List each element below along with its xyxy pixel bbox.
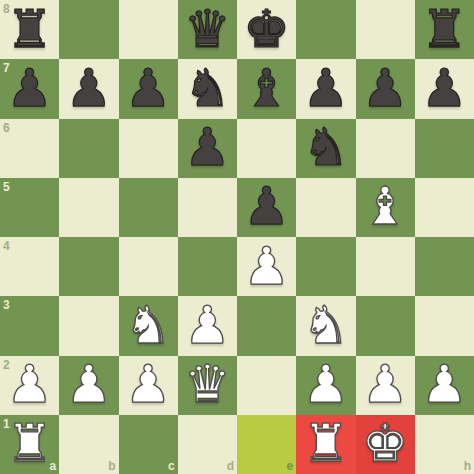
square-f7[interactable]: ♟ xyxy=(296,59,355,118)
square-g2[interactable]: ♟ xyxy=(356,356,415,415)
square-b6[interactable] xyxy=(59,119,118,178)
white-pawn[interactable]: ♟ xyxy=(303,358,350,410)
square-h7[interactable]: ♟ xyxy=(415,59,474,118)
rank-label-4: 4 xyxy=(3,240,10,252)
square-a2[interactable]: 2♟ xyxy=(0,356,59,415)
black-bishop[interactable]: ♝ xyxy=(243,62,290,114)
square-f1[interactable]: f♜ xyxy=(296,415,355,474)
square-d3[interactable]: ♟ xyxy=(178,296,237,355)
square-e3[interactable] xyxy=(237,296,296,355)
white-queen[interactable]: ♛ xyxy=(184,358,231,410)
square-e5[interactable]: ♟ xyxy=(237,178,296,237)
square-a1[interactable]: 1a♜ xyxy=(0,415,59,474)
square-e2[interactable] xyxy=(237,356,296,415)
square-e4[interactable]: ♟ xyxy=(237,237,296,296)
square-h4[interactable] xyxy=(415,237,474,296)
square-g1[interactable]: g♚ xyxy=(356,415,415,474)
square-b1[interactable]: b xyxy=(59,415,118,474)
white-king[interactable]: ♚ xyxy=(362,417,409,469)
file-label-e: e xyxy=(287,460,294,472)
square-c7[interactable]: ♟ xyxy=(119,59,178,118)
square-d6[interactable]: ♟ xyxy=(178,119,237,178)
black-pawn[interactable]: ♟ xyxy=(6,62,53,114)
square-d8[interactable]: ♛ xyxy=(178,0,237,59)
rank-label-6: 6 xyxy=(3,122,10,134)
square-f2[interactable]: ♟ xyxy=(296,356,355,415)
square-a8[interactable]: 8♜ xyxy=(0,0,59,59)
white-bishop[interactable]: ♝ xyxy=(362,180,409,232)
square-a6[interactable]: 6 xyxy=(0,119,59,178)
black-rook[interactable]: ♜ xyxy=(421,3,468,55)
square-e7[interactable]: ♝ xyxy=(237,59,296,118)
square-b7[interactable]: ♟ xyxy=(59,59,118,118)
square-f6[interactable]: ♞ xyxy=(296,119,355,178)
square-f8[interactable] xyxy=(296,0,355,59)
white-rook[interactable]: ♜ xyxy=(303,417,350,469)
black-pawn[interactable]: ♟ xyxy=(421,62,468,114)
square-b8[interactable] xyxy=(59,0,118,59)
black-pawn[interactable]: ♟ xyxy=(243,180,290,232)
square-g6[interactable] xyxy=(356,119,415,178)
file-label-b: b xyxy=(108,460,115,472)
square-h1[interactable]: h xyxy=(415,415,474,474)
square-e6[interactable] xyxy=(237,119,296,178)
square-d7[interactable]: ♞ xyxy=(178,59,237,118)
square-a5[interactable]: 5 xyxy=(0,178,59,237)
square-c1[interactable]: c xyxy=(119,415,178,474)
black-pawn[interactable]: ♟ xyxy=(362,62,409,114)
black-pawn[interactable]: ♟ xyxy=(184,121,231,173)
white-pawn[interactable]: ♟ xyxy=(362,358,409,410)
white-pawn[interactable]: ♟ xyxy=(243,240,290,292)
square-d2[interactable]: ♛ xyxy=(178,356,237,415)
rank-label-5: 5 xyxy=(3,181,10,193)
square-h2[interactable]: ♟ xyxy=(415,356,474,415)
square-g5[interactable]: ♝ xyxy=(356,178,415,237)
square-h5[interactable] xyxy=(415,178,474,237)
square-b5[interactable] xyxy=(59,178,118,237)
square-c8[interactable] xyxy=(119,0,178,59)
square-e8[interactable]: ♚ xyxy=(237,0,296,59)
white-knight[interactable]: ♞ xyxy=(303,299,350,351)
square-c4[interactable] xyxy=(119,237,178,296)
white-knight[interactable]: ♞ xyxy=(125,299,172,351)
square-a7[interactable]: 7♟ xyxy=(0,59,59,118)
rank-label-3: 3 xyxy=(3,299,10,311)
square-e1[interactable]: e xyxy=(237,415,296,474)
square-h8[interactable]: ♜ xyxy=(415,0,474,59)
square-d1[interactable]: d xyxy=(178,415,237,474)
file-label-h: h xyxy=(464,460,471,472)
white-pawn[interactable]: ♟ xyxy=(421,358,468,410)
square-g4[interactable] xyxy=(356,237,415,296)
square-b3[interactable] xyxy=(59,296,118,355)
black-knight[interactable]: ♞ xyxy=(184,62,231,114)
black-king[interactable]: ♚ xyxy=(243,3,290,55)
square-f3[interactable]: ♞ xyxy=(296,296,355,355)
black-knight[interactable]: ♞ xyxy=(303,121,350,173)
square-a3[interactable]: 3 xyxy=(0,296,59,355)
black-queen[interactable]: ♛ xyxy=(184,3,231,55)
square-a4[interactable]: 4 xyxy=(0,237,59,296)
black-rook[interactable]: ♜ xyxy=(6,3,53,55)
file-label-c: c xyxy=(168,460,175,472)
black-pawn[interactable]: ♟ xyxy=(303,62,350,114)
square-f4[interactable] xyxy=(296,237,355,296)
square-c2[interactable]: ♟ xyxy=(119,356,178,415)
white-rook[interactable]: ♜ xyxy=(6,417,53,469)
square-c5[interactable] xyxy=(119,178,178,237)
chess-board: 8♜♛♚♜7♟♟♟♞♝♟♟♟6♟♞5♟♝4♟3♞♟♞2♟♟♟♛♟♟♟1a♜bcd… xyxy=(0,0,474,474)
white-pawn[interactable]: ♟ xyxy=(66,358,113,410)
white-pawn[interactable]: ♟ xyxy=(184,299,231,351)
square-h3[interactable] xyxy=(415,296,474,355)
square-g8[interactable] xyxy=(356,0,415,59)
square-d5[interactable] xyxy=(178,178,237,237)
square-b2[interactable]: ♟ xyxy=(59,356,118,415)
square-f5[interactable] xyxy=(296,178,355,237)
square-c3[interactable]: ♞ xyxy=(119,296,178,355)
square-g3[interactable] xyxy=(356,296,415,355)
square-g7[interactable]: ♟ xyxy=(356,59,415,118)
black-pawn[interactable]: ♟ xyxy=(66,62,113,114)
square-b4[interactable] xyxy=(59,237,118,296)
white-pawn[interactable]: ♟ xyxy=(125,358,172,410)
file-label-d: d xyxy=(227,460,234,472)
square-d4[interactable] xyxy=(178,237,237,296)
square-c6[interactable] xyxy=(119,119,178,178)
square-h6[interactable] xyxy=(415,119,474,178)
black-pawn[interactable]: ♟ xyxy=(125,62,172,114)
white-pawn[interactable]: ♟ xyxy=(6,358,53,410)
